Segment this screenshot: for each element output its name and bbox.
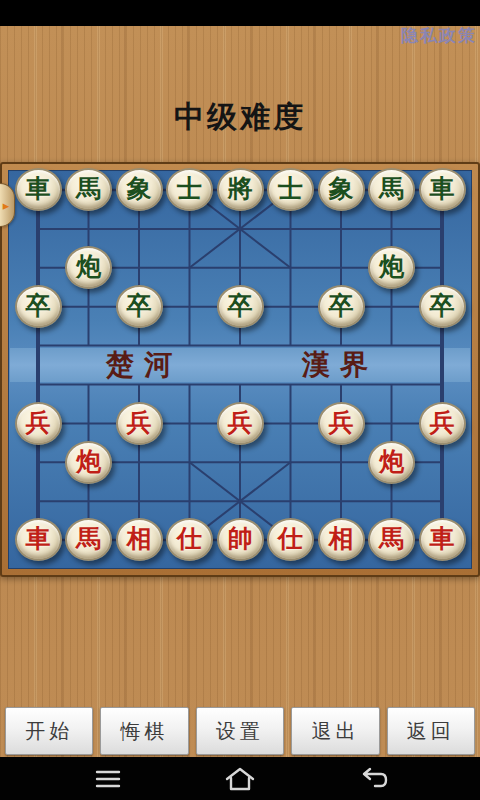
piece-glyph: 象 <box>127 176 152 201</box>
xiangqi-app-screen: { "game": "xiangqi", "title": "中级难度", "p… <box>0 0 480 800</box>
piece-glyph: 帥 <box>228 526 253 551</box>
piece-black[interactable]: 將 <box>217 168 264 211</box>
piece-red[interactable]: 相 <box>116 518 163 561</box>
piece-glyph: 兵 <box>329 410 354 435</box>
return-button[interactable]: 返回 <box>387 707 475 755</box>
piece-red[interactable]: 仕 <box>267 518 314 561</box>
menu-icon[interactable] <box>88 766 128 792</box>
privacy-policy-link[interactable]: 隐私政策 <box>401 24 477 47</box>
piece-black[interactable]: 士 <box>166 168 213 211</box>
piece-glyph: 卒 <box>430 293 455 318</box>
piece-glyph: 仕 <box>177 526 202 551</box>
piece-glyph: 卒 <box>228 293 253 318</box>
piece-red[interactable]: 炮 <box>368 441 415 484</box>
piece-glyph: 炮 <box>379 449 404 474</box>
piece-glyph: 相 <box>329 526 354 551</box>
piece-glyph: 士 <box>177 176 202 201</box>
settings-button[interactable]: 设置 <box>196 707 284 755</box>
back-icon[interactable] <box>352 766 392 792</box>
piece-glyph: 炮 <box>76 254 101 279</box>
piece-black[interactable]: 象 <box>318 168 365 211</box>
piece-glyph: 卒 <box>329 293 354 318</box>
piece-black[interactable]: 車 <box>15 168 62 211</box>
pieces-grid: 車馬象士將士象馬車炮炮卒卒卒卒卒兵兵兵兵兵炮炮車馬相仕帥仕相馬車 <box>13 171 468 560</box>
piece-glyph: 仕 <box>278 526 303 551</box>
piece-glyph: 車 <box>26 176 51 201</box>
piece-glyph: 兵 <box>228 410 253 435</box>
piece-black[interactable]: 卒 <box>318 285 365 328</box>
toolbar: 开始 悔棋 设置 退出 返回 <box>0 707 480 755</box>
piece-glyph: 馬 <box>76 526 101 551</box>
arrow-right-icon: ▸ <box>3 198 10 213</box>
piece-black[interactable]: 炮 <box>368 246 415 289</box>
piece-black[interactable]: 士 <box>267 168 314 211</box>
page-title: 中级难度 <box>0 97 480 138</box>
piece-red[interactable]: 帥 <box>217 518 264 561</box>
piece-black[interactable]: 卒 <box>217 285 264 328</box>
piece-black[interactable]: 卒 <box>116 285 163 328</box>
piece-red[interactable]: 兵 <box>217 402 264 445</box>
piece-red[interactable]: 車 <box>419 518 466 561</box>
piece-glyph: 車 <box>26 526 51 551</box>
piece-glyph: 馬 <box>379 526 404 551</box>
piece-glyph: 卒 <box>127 293 152 318</box>
piece-black[interactable]: 馬 <box>368 168 415 211</box>
home-icon[interactable] <box>220 766 260 792</box>
start-button[interactable]: 开始 <box>5 707 93 755</box>
xiangqi-board: 楚河 漢界 車馬象士將士象馬車炮炮卒卒卒卒卒兵兵兵兵兵炮炮車馬相仕帥仕相馬車 <box>0 162 480 577</box>
piece-black[interactable]: 馬 <box>65 168 112 211</box>
piece-red[interactable]: 兵 <box>318 402 365 445</box>
piece-glyph: 相 <box>127 526 152 551</box>
piece-glyph: 炮 <box>379 254 404 279</box>
piece-red[interactable]: 炮 <box>65 441 112 484</box>
piece-red[interactable]: 仕 <box>166 518 213 561</box>
piece-glyph: 將 <box>228 176 253 201</box>
piece-glyph: 士 <box>278 176 303 201</box>
android-nav-bar <box>0 757 480 800</box>
status-bar <box>0 0 480 26</box>
exit-button[interactable]: 退出 <box>291 707 379 755</box>
piece-glyph: 車 <box>430 176 455 201</box>
piece-black[interactable]: 炮 <box>65 246 112 289</box>
piece-red[interactable]: 兵 <box>116 402 163 445</box>
piece-red[interactable]: 馬 <box>65 518 112 561</box>
piece-black[interactable]: 象 <box>116 168 163 211</box>
piece-black[interactable]: 卒 <box>15 285 62 328</box>
piece-glyph: 兵 <box>430 410 455 435</box>
piece-glyph: 炮 <box>76 449 101 474</box>
piece-red[interactable]: 相 <box>318 518 365 561</box>
piece-red[interactable]: 兵 <box>419 402 466 445</box>
piece-glyph: 兵 <box>127 410 152 435</box>
piece-red[interactable]: 車 <box>15 518 62 561</box>
piece-glyph: 卒 <box>26 293 51 318</box>
piece-red[interactable]: 兵 <box>15 402 62 445</box>
piece-black[interactable]: 車 <box>419 168 466 211</box>
piece-red[interactable]: 馬 <box>368 518 415 561</box>
piece-glyph: 馬 <box>76 176 101 201</box>
piece-black[interactable]: 卒 <box>419 285 466 328</box>
piece-glyph: 象 <box>329 176 354 201</box>
piece-glyph: 車 <box>430 526 455 551</box>
piece-glyph: 馬 <box>379 176 404 201</box>
piece-glyph: 兵 <box>26 410 51 435</box>
undo-button[interactable]: 悔棋 <box>100 707 188 755</box>
